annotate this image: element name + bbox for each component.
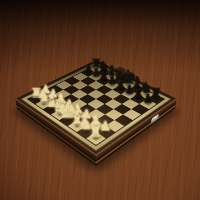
white-rook-glyph: ♜ — [79, 124, 114, 140]
black-pawn-glyph: ♟ — [133, 92, 164, 104]
piece-white-rook-h1[interactable]: ♜ — [86, 132, 106, 145]
piece-black-pawn-h7[interactable]: ♟ — [139, 99, 156, 109]
scene: ♜♞♝♛♚♝♞♜♟♟♟♟♟♟♟♟♟♟♟♟♟♟♟♟♜♞♝♛♚♝♞♜ — [0, 0, 200, 200]
